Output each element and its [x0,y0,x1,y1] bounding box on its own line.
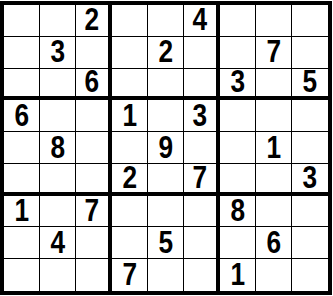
sudoku-cell-r3c5[interactable] [148,69,184,101]
sudoku-cell-r4c9[interactable] [292,100,328,132]
given-digit: 1 [230,259,245,291]
sudoku-cell-r3c6[interactable] [184,69,220,101]
sudoku-cell-r7c5[interactable] [148,196,184,228]
given-digit: 4 [50,227,65,259]
sudoku-cell-r5c4[interactable] [112,132,148,164]
given-digit: 4 [193,5,208,37]
given-digit: 7 [266,37,281,69]
sudoku-cell-r9c9[interactable] [292,259,328,291]
sudoku-cell-r7c9[interactable] [292,196,328,228]
sudoku-cell-r1c3[interactable]: 2 [76,5,112,37]
sudoku-cell-r5c7[interactable] [220,132,256,164]
sudoku-cell-r9c3[interactable] [76,259,112,291]
sudoku-cell-r1c2[interactable] [40,5,76,37]
sudoku-cell-r2c1[interactable] [4,37,40,69]
given-digit: 2 [158,37,173,69]
sudoku-cell-r6c7[interactable] [220,164,256,196]
sudoku-cell-r3c2[interactable] [40,69,76,101]
sudoku-cell-r4c2[interactable] [40,100,76,132]
given-digit: 2 [85,5,100,37]
sudoku-cell-r8c7[interactable] [220,227,256,259]
sudoku-cell-r2c3[interactable] [76,37,112,69]
sudoku-cell-r7c1[interactable]: 1 [4,196,40,228]
sudoku-cell-r7c8[interactable] [256,196,292,228]
sudoku-cell-r5c8[interactable]: 1 [256,132,292,164]
sudoku-cell-r5c6[interactable] [184,132,220,164]
given-digit: 3 [50,37,65,69]
given-digit: 7 [193,164,208,195]
sudoku-cell-r4c1[interactable]: 6 [4,100,40,132]
sudoku-cell-r1c9[interactable] [292,5,328,37]
given-digit: 5 [303,69,318,100]
given-digit: 7 [122,259,137,291]
given-digit: 8 [230,196,245,228]
sudoku-cell-r7c6[interactable] [184,196,220,228]
sudoku-cell-r4c7[interactable] [220,100,256,132]
sudoku-cell-r9c6[interactable] [184,259,220,291]
sudoku-cell-r6c9[interactable]: 3 [292,164,328,196]
sudoku-cell-r3c1[interactable] [4,69,40,101]
given-digit: 3 [303,164,318,195]
sudoku-cell-r9c5[interactable] [148,259,184,291]
sudoku-cell-r9c1[interactable] [4,259,40,291]
given-digit: 9 [158,132,173,164]
sudoku-cell-r5c3[interactable] [76,132,112,164]
sudoku-cell-r8c5[interactable]: 5 [148,227,184,259]
sudoku-cell-r2c8[interactable]: 7 [256,37,292,69]
sudoku-cell-r2c6[interactable] [184,37,220,69]
given-digit: 3 [230,69,245,100]
given-digit: 1 [266,132,281,164]
sudoku-cell-r9c2[interactable] [40,259,76,291]
sudoku-cell-r5c1[interactable] [4,132,40,164]
sudoku-cell-r4c6[interactable]: 3 [184,100,220,132]
sudoku-cell-r4c5[interactable] [148,100,184,132]
sudoku-cell-r4c3[interactable] [76,100,112,132]
given-digit: 1 [14,196,29,228]
given-digit: 2 [122,164,137,195]
sudoku-cell-r6c5[interactable] [148,164,184,196]
sudoku-cell-r1c4[interactable] [112,5,148,37]
sudoku-cell-r3c4[interactable] [112,69,148,101]
sudoku-cell-r7c4[interactable] [112,196,148,228]
sudoku-cell-r1c1[interactable] [4,5,40,37]
sudoku-cell-r1c7[interactable] [220,5,256,37]
sudoku-cell-r9c7[interactable]: 1 [220,259,256,291]
given-digit: 1 [122,100,137,132]
sudoku-cell-r6c6[interactable]: 7 [184,164,220,196]
sudoku-cell-r1c5[interactable] [148,5,184,37]
sudoku-cell-r1c8[interactable] [256,5,292,37]
sudoku-cell-r3c3[interactable]: 6 [76,69,112,101]
given-digit: 6 [85,69,100,100]
given-digit: 5 [158,227,173,259]
sudoku-cell-r7c7[interactable]: 8 [220,196,256,228]
sudoku-cell-r2c5[interactable]: 2 [148,37,184,69]
sudoku-cell-r5c2[interactable]: 8 [40,132,76,164]
given-digit: 6 [266,227,281,259]
sudoku-cell-r2c7[interactable] [220,37,256,69]
given-digit: 7 [85,196,100,228]
sudoku-cell-r3c7[interactable]: 3 [220,69,256,101]
sudoku-cell-r8c2[interactable]: 4 [40,227,76,259]
sudoku-cell-r7c2[interactable] [40,196,76,228]
given-digit: 3 [193,100,208,132]
sudoku-cell-r5c9[interactable] [292,132,328,164]
sudoku-cell-r8c9[interactable] [292,227,328,259]
sudoku-cell-r8c8[interactable]: 6 [256,227,292,259]
sudoku-cell-r9c8[interactable] [256,259,292,291]
sudoku-cell-r3c8[interactable] [256,69,292,101]
sudoku-cell-r8c6[interactable] [184,227,220,259]
sudoku-cell-r6c1[interactable] [4,164,40,196]
sudoku-cell-r8c3[interactable] [76,227,112,259]
sudoku-cell-r6c8[interactable] [256,164,292,196]
sudoku-cell-r4c8[interactable] [256,100,292,132]
sudoku-cell-r3c9[interactable]: 5 [292,69,328,101]
sudoku-cell-r6c2[interactable] [40,164,76,196]
sudoku-cell-r4c4[interactable]: 1 [112,100,148,132]
sudoku-cell-r5c5[interactable]: 9 [148,132,184,164]
given-digit: 8 [50,132,65,164]
sudoku-cell-r9c4[interactable]: 7 [112,259,148,291]
sudoku-cell-r6c3[interactable] [76,164,112,196]
sudoku-cell-r2c4[interactable] [112,37,148,69]
sudoku-cell-r7c3[interactable]: 7 [76,196,112,228]
sudoku-cell-r2c2[interactable]: 3 [40,37,76,69]
sudoku-cell-r1c6[interactable]: 4 [184,5,220,37]
sudoku-cell-r8c4[interactable] [112,227,148,259]
sudoku-cell-r6c4[interactable]: 2 [112,164,148,196]
sudoku-cell-r8c1[interactable] [4,227,40,259]
given-digit: 6 [14,100,29,132]
sudoku-cell-r2c9[interactable] [292,37,328,69]
sudoku-board: 2432763561389127317845671 [0,1,332,295]
